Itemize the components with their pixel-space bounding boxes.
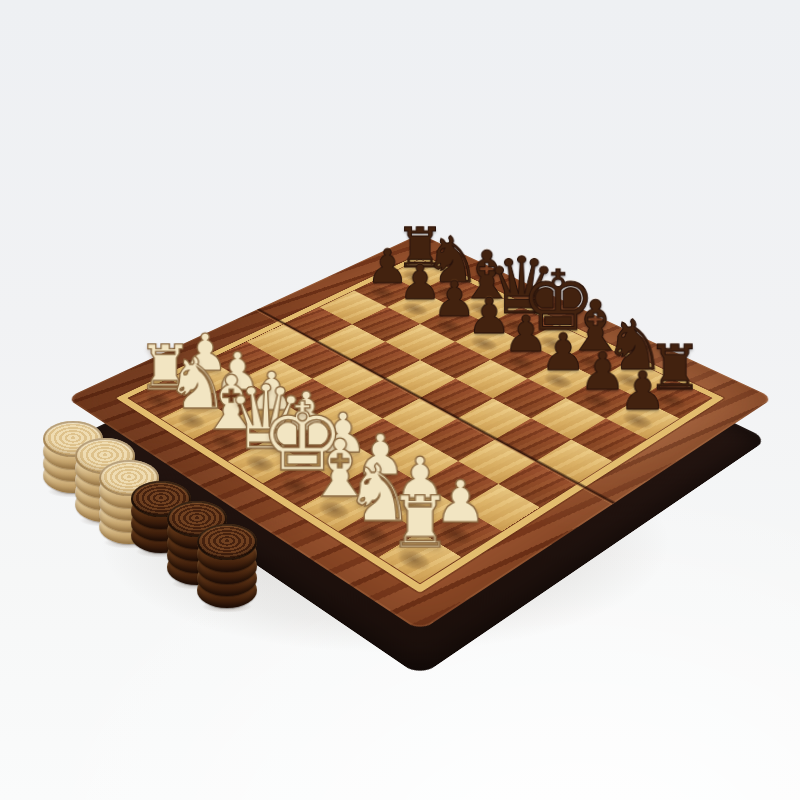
- product-photo: ♜♞♝♛♚♝♞♜♟♟♟♟♟♟♟♟♟♟♟♟♟♟♟♟♜♞♝♛♚♝♞♜: [0, 0, 800, 800]
- checker-stack-dark-3: [197, 524, 257, 608]
- checkers-stacks: [0, 0, 800, 800]
- checker-disc-top: [197, 524, 257, 560]
